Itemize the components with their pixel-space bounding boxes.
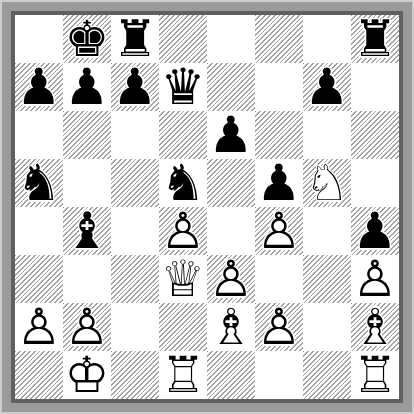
- piece-white-king: ♔: [63, 351, 111, 399]
- square-a7[interactable]: ♟: [15, 63, 63, 111]
- square-f6[interactable]: [255, 111, 303, 159]
- square-h8[interactable]: ♜: [351, 15, 399, 63]
- piece-white-pawn: ♙: [15, 303, 63, 351]
- piece-white-rook: ♖: [159, 351, 207, 399]
- square-g6[interactable]: [303, 111, 351, 159]
- piece-white-pawn: ♙: [255, 207, 303, 255]
- square-d6[interactable]: [159, 111, 207, 159]
- square-c1[interactable]: [111, 351, 159, 399]
- piece-white-rook-silhouette: ♜: [351, 351, 399, 399]
- piece-white-pawn-silhouette: ♟: [255, 303, 303, 351]
- square-g1[interactable]: [303, 351, 351, 399]
- square-d4[interactable]: ♟♙: [159, 207, 207, 255]
- square-e8[interactable]: [207, 15, 255, 63]
- square-f3[interactable]: [255, 255, 303, 303]
- square-f7[interactable]: [255, 63, 303, 111]
- square-d2[interactable]: [159, 303, 207, 351]
- square-a4[interactable]: [15, 207, 63, 255]
- square-b3[interactable]: [63, 255, 111, 303]
- piece-white-bishop: ♗: [351, 303, 399, 351]
- square-h5[interactable]: [351, 159, 399, 207]
- square-g8[interactable]: [303, 15, 351, 63]
- square-f1[interactable]: [255, 351, 303, 399]
- square-g5[interactable]: ♞♘: [303, 159, 351, 207]
- square-h7[interactable]: [351, 63, 399, 111]
- square-c5[interactable]: [111, 159, 159, 207]
- square-a8[interactable]: [15, 15, 63, 63]
- square-e2[interactable]: ♝♗: [207, 303, 255, 351]
- square-c7[interactable]: ♟: [111, 63, 159, 111]
- piece-black-pawn: ♟: [207, 111, 255, 159]
- piece-white-pawn-silhouette: ♟: [351, 255, 399, 303]
- square-b7[interactable]: ♟: [63, 63, 111, 111]
- piece-white-pawn: ♙: [207, 255, 255, 303]
- piece-black-pawn: ♟: [111, 63, 159, 111]
- piece-white-bishop-silhouette: ♝: [207, 303, 255, 351]
- piece-black-rook: ♜: [351, 15, 399, 63]
- square-a6[interactable]: [15, 111, 63, 159]
- piece-white-rook-silhouette: ♜: [159, 351, 207, 399]
- square-b6[interactable]: [63, 111, 111, 159]
- square-b5[interactable]: [63, 159, 111, 207]
- square-e1[interactable]: [207, 351, 255, 399]
- square-e5[interactable]: [207, 159, 255, 207]
- piece-black-pawn: ♟: [351, 207, 399, 255]
- piece-black-bishop: ♝: [63, 207, 111, 255]
- square-h6[interactable]: [351, 111, 399, 159]
- square-c4[interactable]: [111, 207, 159, 255]
- square-c2[interactable]: [111, 303, 159, 351]
- square-g2[interactable]: [303, 303, 351, 351]
- piece-black-pawn: ♟: [303, 63, 351, 111]
- piece-white-pawn-silhouette: ♟: [159, 207, 207, 255]
- square-b2[interactable]: ♟♙: [63, 303, 111, 351]
- piece-white-bishop: ♗: [207, 303, 255, 351]
- piece-white-queen-silhouette: ♛: [159, 255, 207, 303]
- square-h3[interactable]: ♟♙: [351, 255, 399, 303]
- piece-black-rook: ♜: [111, 15, 159, 63]
- square-d3[interactable]: ♛♕: [159, 255, 207, 303]
- square-e6[interactable]: ♟: [207, 111, 255, 159]
- piece-white-king-silhouette: ♚: [63, 351, 111, 399]
- piece-black-knight: ♞: [159, 159, 207, 207]
- square-a3[interactable]: [15, 255, 63, 303]
- square-d7[interactable]: ♛: [159, 63, 207, 111]
- square-a5[interactable]: ♞: [15, 159, 63, 207]
- piece-white-rook: ♖: [351, 351, 399, 399]
- square-e3[interactable]: ♟♙: [207, 255, 255, 303]
- square-f2[interactable]: ♟♙: [255, 303, 303, 351]
- chess-board: ♚♜♜♟♟♟♛♟♟♞♞♟♞♘♝♟♙♟♙♟♛♕♟♙♟♙♟♙♟♙♝♗♟♙♝♗♚♔♜♖…: [11, 11, 403, 403]
- piece-black-knight: ♞: [15, 159, 63, 207]
- piece-white-knight-silhouette: ♞: [303, 159, 351, 207]
- square-a1[interactable]: [15, 351, 63, 399]
- square-d8[interactable]: [159, 15, 207, 63]
- square-g7[interactable]: ♟: [303, 63, 351, 111]
- square-d5[interactable]: ♞: [159, 159, 207, 207]
- square-d1[interactable]: ♜♖: [159, 351, 207, 399]
- square-f8[interactable]: [255, 15, 303, 63]
- square-b1[interactable]: ♚♔: [63, 351, 111, 399]
- square-h1[interactable]: ♜♖: [351, 351, 399, 399]
- piece-white-pawn-silhouette: ♟: [255, 207, 303, 255]
- piece-black-queen: ♛: [159, 63, 207, 111]
- piece-white-bishop-silhouette: ♝: [351, 303, 399, 351]
- piece-white-pawn-silhouette: ♟: [63, 303, 111, 351]
- piece-white-knight: ♘: [303, 159, 351, 207]
- piece-white-queen: ♕: [159, 255, 207, 303]
- piece-white-pawn-silhouette: ♟: [15, 303, 63, 351]
- square-h2[interactable]: ♝♗: [351, 303, 399, 351]
- piece-white-pawn: ♙: [351, 255, 399, 303]
- piece-white-pawn: ♙: [63, 303, 111, 351]
- square-c3[interactable]: [111, 255, 159, 303]
- square-c8[interactable]: ♜: [111, 15, 159, 63]
- piece-black-pawn: ♟: [255, 159, 303, 207]
- square-e7[interactable]: [207, 63, 255, 111]
- square-a2[interactable]: ♟♙: [15, 303, 63, 351]
- square-c6[interactable]: [111, 111, 159, 159]
- piece-white-pawn: ♙: [255, 303, 303, 351]
- square-h4[interactable]: ♟: [351, 207, 399, 255]
- piece-white-pawn: ♙: [159, 207, 207, 255]
- board-frame: ♚♜♜♟♟♟♛♟♟♞♞♟♞♘♝♟♙♟♙♟♛♕♟♙♟♙♟♙♟♙♝♗♟♙♝♗♚♔♜♖…: [0, 0, 414, 414]
- square-f4[interactable]: ♟♙: [255, 207, 303, 255]
- square-g4[interactable]: [303, 207, 351, 255]
- square-b8[interactable]: ♚: [63, 15, 111, 63]
- piece-black-pawn: ♟: [63, 63, 111, 111]
- square-g3[interactable]: [303, 255, 351, 303]
- square-f5[interactable]: ♟: [255, 159, 303, 207]
- square-b4[interactable]: ♝: [63, 207, 111, 255]
- piece-white-pawn-silhouette: ♟: [207, 255, 255, 303]
- piece-black-king: ♚: [63, 15, 111, 63]
- piece-black-pawn: ♟: [15, 63, 63, 111]
- square-e4[interactable]: [207, 207, 255, 255]
